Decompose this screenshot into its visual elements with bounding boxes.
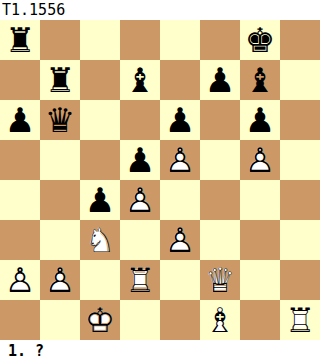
square-b3[interactable]	[40, 220, 80, 260]
square-d2[interactable]: ♜♖	[120, 260, 160, 300]
square-d3[interactable]	[120, 220, 160, 260]
move-prompt: 1. ?	[0, 340, 320, 360]
square-c1[interactable]: ♚♔	[80, 300, 120, 340]
square-c5[interactable]	[80, 140, 120, 180]
square-g1[interactable]	[240, 300, 280, 340]
square-c2[interactable]	[80, 260, 120, 300]
square-a3[interactable]	[0, 220, 40, 260]
square-g6[interactable]: ♟	[240, 100, 280, 140]
square-c4[interactable]: ♟	[80, 180, 120, 220]
square-h5[interactable]	[280, 140, 320, 180]
square-e1[interactable]	[160, 300, 200, 340]
square-a7[interactable]	[0, 60, 40, 100]
piece-wP-a2: ♟♙	[0, 260, 40, 300]
piece-wP-b2: ♟♙	[40, 260, 80, 300]
square-f7[interactable]: ♟	[200, 60, 240, 100]
piece-wB-f1: ♝♗	[200, 300, 240, 340]
square-g4[interactable]	[240, 180, 280, 220]
square-a1[interactable]	[0, 300, 40, 340]
piece-bP-e6: ♟	[160, 100, 200, 140]
piece-wQ-f2: ♛♕	[200, 260, 240, 300]
square-e3[interactable]: ♟♙	[160, 220, 200, 260]
piece-wP-e3: ♟♙	[160, 220, 200, 260]
square-h2[interactable]	[280, 260, 320, 300]
piece-bP-d5: ♟	[120, 140, 160, 180]
piece-wP-d4: ♟♙	[120, 180, 160, 220]
piece-bR-b7: ♜	[40, 60, 80, 100]
piece-bR-a8: ♜	[0, 20, 40, 60]
square-b2[interactable]: ♟♙	[40, 260, 80, 300]
square-d4[interactable]: ♟♙	[120, 180, 160, 220]
square-f3[interactable]	[200, 220, 240, 260]
square-e6[interactable]: ♟	[160, 100, 200, 140]
piece-bB-g7: ♝	[240, 60, 280, 100]
square-f2[interactable]: ♛♕	[200, 260, 240, 300]
square-e4[interactable]	[160, 180, 200, 220]
square-g8[interactable]: ♚	[240, 20, 280, 60]
square-g2[interactable]	[240, 260, 280, 300]
square-b7[interactable]: ♜	[40, 60, 80, 100]
square-h6[interactable]	[280, 100, 320, 140]
chess-board: ♜♚♜♝♟♝♟♛♟♟♟♟♙♟♙♟♟♙♞♘♟♙♟♙♟♙♜♖♛♕♚♔♝♗♜♖	[0, 20, 320, 340]
piece-wP-g5: ♟♙	[240, 140, 280, 180]
piece-bP-a6: ♟	[0, 100, 40, 140]
square-a4[interactable]	[0, 180, 40, 220]
square-d1[interactable]	[120, 300, 160, 340]
piece-wR-d2: ♜♖	[120, 260, 160, 300]
square-d8[interactable]	[120, 20, 160, 60]
square-c6[interactable]	[80, 100, 120, 140]
piece-wK-c1: ♚♔	[80, 300, 120, 340]
square-d5[interactable]: ♟	[120, 140, 160, 180]
piece-bP-f7: ♟	[200, 60, 240, 100]
square-h1[interactable]: ♜♖	[280, 300, 320, 340]
square-a6[interactable]: ♟	[0, 100, 40, 140]
square-h3[interactable]	[280, 220, 320, 260]
square-e8[interactable]	[160, 20, 200, 60]
square-e7[interactable]	[160, 60, 200, 100]
piece-bP-c4: ♟	[80, 180, 120, 220]
square-f4[interactable]	[200, 180, 240, 220]
square-g7[interactable]: ♝	[240, 60, 280, 100]
square-g3[interactable]	[240, 220, 280, 260]
square-b6[interactable]: ♛	[40, 100, 80, 140]
square-a5[interactable]	[0, 140, 40, 180]
square-f5[interactable]	[200, 140, 240, 180]
square-g5[interactable]: ♟♙	[240, 140, 280, 180]
square-b5[interactable]	[40, 140, 80, 180]
piece-bP-g6: ♟	[240, 100, 280, 140]
square-h4[interactable]	[280, 180, 320, 220]
square-f8[interactable]	[200, 20, 240, 60]
piece-wR-h1: ♜♖	[280, 300, 320, 340]
square-h7[interactable]	[280, 60, 320, 100]
square-c7[interactable]	[80, 60, 120, 100]
puzzle-id: T1.1556	[0, 0, 320, 20]
piece-wP-e5: ♟♙	[160, 140, 200, 180]
square-f6[interactable]	[200, 100, 240, 140]
square-a2[interactable]: ♟♙	[0, 260, 40, 300]
piece-bQ-b6: ♛	[40, 100, 80, 140]
square-b1[interactable]	[40, 300, 80, 340]
square-e5[interactable]: ♟♙	[160, 140, 200, 180]
square-e2[interactable]	[160, 260, 200, 300]
piece-wN-c3: ♞♘	[80, 220, 120, 260]
piece-bB-d7: ♝	[120, 60, 160, 100]
square-b4[interactable]	[40, 180, 80, 220]
square-a8[interactable]: ♜	[0, 20, 40, 60]
square-h8[interactable]	[280, 20, 320, 60]
square-b8[interactable]	[40, 20, 80, 60]
square-d7[interactable]: ♝	[120, 60, 160, 100]
square-f1[interactable]: ♝♗	[200, 300, 240, 340]
square-d6[interactable]	[120, 100, 160, 140]
piece-bK-g8: ♚	[240, 20, 280, 60]
square-c3[interactable]: ♞♘	[80, 220, 120, 260]
square-c8[interactable]	[80, 20, 120, 60]
